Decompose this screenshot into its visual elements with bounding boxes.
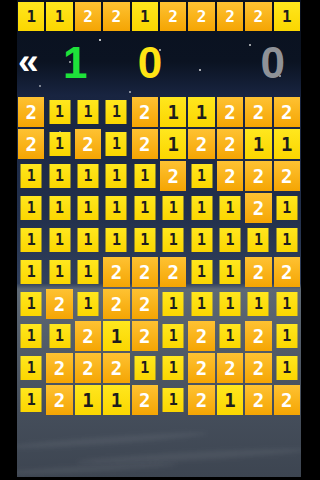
board-cell: 1	[74, 224, 102, 256]
board-tile-r8c8[interactable]: 1	[219, 324, 240, 348]
board-tile-r1c3[interactable]: 1	[77, 100, 98, 124]
board-cell: 1	[273, 288, 301, 320]
board-cell: 1	[244, 128, 272, 160]
board-tile-r3c7[interactable]: 1	[191, 164, 212, 188]
board-tile-r5c10[interactable]: 1	[276, 228, 297, 252]
board-cell: 1	[216, 256, 244, 288]
incoming-tile: 2	[75, 2, 101, 31]
board-tile-r6c9[interactable]: 2	[245, 257, 271, 287]
board-tile-r10c1[interactable]: 1	[21, 388, 42, 412]
hud: « 1 0 0	[17, 32, 301, 96]
board-tile-r7c2[interactable]: 2	[46, 289, 72, 319]
board-tile-r7c6[interactable]: 1	[163, 292, 184, 316]
board-cell: 2	[216, 96, 244, 128]
board-cell: 1	[216, 224, 244, 256]
board-cell: 2	[131, 288, 159, 320]
board-cell: 1	[273, 192, 301, 224]
board-cell: 1	[159, 192, 187, 224]
board-cell: 1	[159, 224, 187, 256]
incoming-tile: 2	[160, 2, 186, 31]
board-grid: 2111211222212121221111111212221111111121…	[17, 96, 301, 416]
board-tile-r3c4[interactable]: 1	[106, 164, 127, 188]
board-cell: 1	[45, 320, 73, 352]
board-cell: 1	[17, 256, 45, 288]
board-cell: 1	[159, 288, 187, 320]
board-tile-r9c1[interactable]: 1	[21, 356, 42, 380]
board-tile-r4c6[interactable]: 1	[163, 196, 184, 220]
board-tile-r7c10[interactable]: 1	[276, 292, 297, 316]
board-tile-r4c8[interactable]: 1	[219, 196, 240, 220]
board-tile-r6c7[interactable]: 1	[191, 260, 212, 284]
board-cell: 1	[159, 352, 187, 384]
board-tile-r1c6[interactable]: 1	[160, 97, 186, 127]
board-cell: 2	[131, 256, 159, 288]
board-tile-r4c2[interactable]: 1	[49, 196, 70, 220]
board-cell: 2	[187, 128, 215, 160]
board-cell: 1	[273, 224, 301, 256]
board-tile-r10c10[interactable]: 2	[274, 385, 300, 415]
board-tile-r1c9[interactable]: 2	[245, 97, 271, 127]
board-cell: 1	[131, 224, 159, 256]
board-cell: 2	[17, 96, 45, 128]
board-cell: 1	[187, 288, 215, 320]
board-tile-r4c7[interactable]: 1	[191, 196, 212, 220]
board-tile-r5c3[interactable]: 1	[77, 228, 98, 252]
board-tile-r4c10[interactable]: 1	[276, 196, 297, 220]
board-cell: 1	[159, 320, 187, 352]
board-tile-r9c3[interactable]: 2	[75, 353, 101, 383]
board-tile-r3c5[interactable]: 1	[134, 164, 155, 188]
board-cell: 2	[159, 256, 187, 288]
board-cell: 1	[17, 288, 45, 320]
board-cell: 1	[102, 320, 130, 352]
board-tile-r3c6[interactable]: 2	[160, 161, 186, 191]
board-tile-r7c4[interactable]: 2	[103, 289, 129, 319]
board-cell: 1	[45, 192, 73, 224]
board-tile-r8c7[interactable]: 2	[188, 321, 214, 351]
board-cell: 2	[244, 160, 272, 192]
board-tile-r1c2[interactable]: 1	[49, 100, 70, 124]
board-tile-r2c2[interactable]: 1	[49, 132, 70, 156]
board-cell: 1	[74, 256, 102, 288]
board-cell: 1	[216, 288, 244, 320]
board-tile-r2c6[interactable]: 1	[160, 129, 186, 159]
board-tile-r10c9[interactable]: 2	[245, 385, 271, 415]
board-cell: 2	[74, 128, 102, 160]
board-cell: 1	[216, 320, 244, 352]
board-tile-r9c9[interactable]: 2	[245, 353, 271, 383]
app-screen: 1122122221 « 1 0 0 211121122221212122111…	[0, 0, 320, 480]
board-cell: 2	[244, 352, 272, 384]
incoming-tile: 1	[18, 2, 44, 31]
board-tile-r5c6[interactable]: 1	[163, 228, 184, 252]
board-cell: 2	[102, 256, 130, 288]
board-cell: 2	[74, 320, 102, 352]
board-cell: 1	[187, 256, 215, 288]
board-tile-r1c10[interactable]: 2	[274, 97, 300, 127]
board-cell: 1	[187, 192, 215, 224]
board-tile-r9c2[interactable]: 2	[46, 353, 72, 383]
board-cell: 1	[74, 192, 102, 224]
board-tile-r6c10[interactable]: 2	[274, 257, 300, 287]
board-cell: 1	[244, 224, 272, 256]
board-cell: 1	[102, 96, 130, 128]
board-cell: 1	[131, 192, 159, 224]
board-cell: 2	[273, 96, 301, 128]
board-cell: 2	[244, 96, 272, 128]
board-cell: 2	[187, 320, 215, 352]
board-cell: 1	[45, 96, 73, 128]
board-tile-r1c4[interactable]: 1	[106, 100, 127, 124]
board-cell: 1	[159, 128, 187, 160]
board-cell: 1	[187, 160, 215, 192]
board-tile-r10c4[interactable]: 1	[103, 385, 129, 415]
board-cell: 1	[102, 384, 130, 416]
board-tile-r7c1[interactable]: 1	[21, 292, 42, 316]
board-tile-r5c1[interactable]: 1	[21, 228, 42, 252]
board-cell: 1	[273, 320, 301, 352]
board-cell: 1	[17, 224, 45, 256]
board-cell: 2	[131, 384, 159, 416]
incoming-tile: 2	[103, 2, 129, 31]
board-tile-r5c4[interactable]: 1	[106, 228, 127, 252]
board-tile-r5c7[interactable]: 1	[191, 228, 212, 252]
board-cell: 2	[216, 128, 244, 160]
board-cell: 1	[74, 96, 102, 128]
board-tile-r2c10[interactable]: 1	[274, 129, 300, 159]
board-cell: 1	[17, 384, 45, 416]
board-cell: 1	[102, 224, 130, 256]
board-tile-r3c3[interactable]: 1	[77, 164, 98, 188]
board-tile-r6c5[interactable]: 2	[132, 257, 158, 287]
board-cell: 1	[74, 288, 102, 320]
board-cell: 1	[216, 192, 244, 224]
moves-counter: 1	[63, 41, 87, 85]
board-tile-r9c8[interactable]: 2	[217, 353, 243, 383]
board-tile-r8c2[interactable]: 1	[49, 324, 70, 348]
board-tile-r9c10[interactable]: 1	[276, 356, 297, 380]
incoming-tile: 1	[132, 2, 158, 31]
board-tile-r7c9[interactable]: 1	[248, 292, 269, 316]
board-tile-r10c6[interactable]: 1	[163, 388, 184, 412]
board-tile-r9c5[interactable]: 1	[134, 356, 155, 380]
board-tile-r8c3[interactable]: 2	[75, 321, 101, 351]
board-cell: 2	[131, 96, 159, 128]
board-cell: 1	[17, 160, 45, 192]
incoming-tile: 2	[245, 2, 271, 31]
board-cell: 2	[244, 320, 272, 352]
board-cell: 1	[159, 96, 187, 128]
board-tile-r10c2[interactable]: 2	[46, 385, 72, 415]
board-cell: 1	[244, 288, 272, 320]
board-cell: 2	[244, 256, 272, 288]
board-tile-r10c3[interactable]: 1	[75, 385, 101, 415]
board-tile-r2c4[interactable]: 1	[106, 132, 127, 156]
board-cell: 1	[17, 352, 45, 384]
board-tile-r1c5[interactable]: 2	[132, 97, 158, 127]
board-cell: 1	[273, 128, 301, 160]
board-tile-r6c3[interactable]: 1	[77, 260, 98, 284]
board-tile-r2c3[interactable]: 2	[75, 129, 101, 159]
board-cell: 1	[17, 192, 45, 224]
incoming-tile: 2	[188, 2, 214, 31]
board-cell: 1	[45, 224, 73, 256]
board-cell: 2	[273, 256, 301, 288]
board-tile-r3c8[interactable]: 2	[217, 161, 243, 191]
board-tile-r1c7[interactable]: 1	[188, 97, 214, 127]
board-tile-r4c5[interactable]: 1	[134, 196, 155, 220]
board-tile-r7c8[interactable]: 1	[219, 292, 240, 316]
board-tile-r8c9[interactable]: 2	[245, 321, 271, 351]
incoming-row: 1122122221	[18, 2, 300, 31]
board-tile-r7c7[interactable]: 1	[191, 292, 212, 316]
board-cell: 2	[17, 128, 45, 160]
board-cell: 2	[273, 160, 301, 192]
board-tile-r3c9[interactable]: 2	[245, 161, 271, 191]
board-tile-r2c8[interactable]: 2	[217, 129, 243, 159]
board-cell: 1	[74, 160, 102, 192]
board-tile-r10c8[interactable]: 1	[217, 385, 243, 415]
board-cell: 2	[244, 384, 272, 416]
game-viewport: 1122122221 « 1 0 0 211121122221212122111…	[17, 0, 301, 477]
board-tile-r4c9[interactable]: 2	[245, 193, 271, 223]
board-tile-r2c7[interactable]: 2	[188, 129, 214, 159]
board-cell: 1	[102, 192, 130, 224]
board-cell: 2	[45, 384, 73, 416]
board-cell: 1	[187, 96, 215, 128]
board-tile-r7c3[interactable]: 1	[77, 292, 98, 316]
board-tile-r1c1[interactable]: 2	[18, 97, 44, 127]
board-cell: 2	[102, 288, 130, 320]
board-tile-r6c6[interactable]: 2	[160, 257, 186, 287]
board-tile-r8c4[interactable]: 1	[103, 321, 129, 351]
board-tile-r2c5[interactable]: 2	[132, 129, 158, 159]
board-tile-r9c4[interactable]: 2	[103, 353, 129, 383]
board-tile-r8c10[interactable]: 1	[276, 324, 297, 348]
board-cell: 1	[131, 352, 159, 384]
board-cell: 1	[17, 320, 45, 352]
board-cell: 2	[159, 160, 187, 192]
board-tile-r10c5[interactable]: 2	[132, 385, 158, 415]
board-cell: 1	[45, 160, 73, 192]
board-cell: 1	[273, 352, 301, 384]
board-tile-r8c1[interactable]: 1	[21, 324, 42, 348]
board-cell: 2	[131, 128, 159, 160]
score-value: 0	[138, 41, 162, 85]
board-cell: 1	[131, 160, 159, 192]
board-tile-r5c2[interactable]: 1	[49, 228, 70, 252]
board-tile-r5c8[interactable]: 1	[219, 228, 240, 252]
board-cell: 1	[102, 160, 130, 192]
board-tile-r5c5[interactable]: 1	[134, 228, 155, 252]
board-cell: 2	[102, 352, 130, 384]
board-tile-r3c2[interactable]: 1	[49, 164, 70, 188]
board-tile-r6c4[interactable]: 2	[103, 257, 129, 287]
back-button[interactable]: «	[18, 43, 35, 80]
board-tile-r8c6[interactable]: 1	[163, 324, 184, 348]
board-tile-r10c7[interactable]: 2	[188, 385, 214, 415]
board-tile-r8c5[interactable]: 2	[132, 321, 158, 351]
board-tile-r7c5[interactable]: 2	[132, 289, 158, 319]
board-tile-r4c1[interactable]: 1	[21, 196, 42, 220]
board-tile-r6c1[interactable]: 1	[21, 260, 42, 284]
board-cell: 1	[187, 224, 215, 256]
board-cell: 2	[187, 384, 215, 416]
board-cell: 2	[45, 288, 73, 320]
board-cell: 2	[45, 352, 73, 384]
board-tile-r3c10[interactable]: 2	[274, 161, 300, 191]
board-cell: 2	[74, 352, 102, 384]
incoming-tile: 1	[46, 2, 72, 31]
incoming-tile: 2	[217, 2, 243, 31]
board-cell: 2	[131, 320, 159, 352]
board-tile-r2c9[interactable]: 1	[245, 129, 271, 159]
board-cell: 2	[244, 192, 272, 224]
board-tile-r1c8[interactable]: 2	[217, 97, 243, 127]
board-tile-r6c2[interactable]: 1	[49, 260, 70, 284]
board-tile-r9c7[interactable]: 2	[188, 353, 214, 383]
board-tile-r2c1[interactable]: 2	[18, 129, 44, 159]
board-cell: 1	[45, 128, 73, 160]
incoming-tile: 1	[274, 2, 300, 31]
best-score-value: 0	[261, 41, 285, 85]
board-tile-r3c1[interactable]: 1	[21, 164, 42, 188]
board-tile-r9c6[interactable]: 1	[163, 356, 184, 380]
board-cell: 1	[45, 256, 73, 288]
board-tile-r4c3[interactable]: 1	[77, 196, 98, 220]
board-cell: 1	[74, 384, 102, 416]
board-cell: 2	[216, 352, 244, 384]
board-tile-r5c9[interactable]: 1	[248, 228, 269, 252]
board-cell: 1	[159, 384, 187, 416]
board-cell: 2	[273, 384, 301, 416]
board-tile-r6c8[interactable]: 1	[219, 260, 240, 284]
board-cell: 2	[216, 160, 244, 192]
board-cell: 2	[187, 352, 215, 384]
board-cell: 1	[216, 384, 244, 416]
board-cell: 1	[102, 128, 130, 160]
board-tile-r4c4[interactable]: 1	[106, 196, 127, 220]
